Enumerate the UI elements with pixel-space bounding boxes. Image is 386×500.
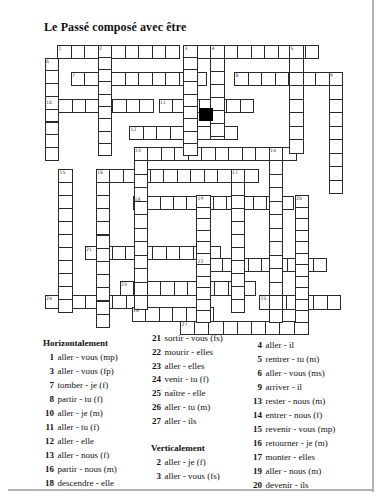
clue-item-number: 5 <box>249 352 262 366</box>
word-15-down-cell-7 <box>58 260 73 274</box>
page-edge-right <box>372 0 374 492</box>
word-13-down-cell-8 <box>134 255 149 270</box>
clue-item-9: 9arriver - il <box>249 380 335 394</box>
word-12-across-cell-2 <box>156 126 171 141</box>
word-3-down-cell-4 <box>183 94 198 107</box>
word-2-down-cell-1 <box>98 57 113 70</box>
word-3-across-cell-6 <box>264 45 279 60</box>
crossword-grid: 1234567891011121314151617181920212223242… <box>0 0 386 346</box>
word-17-down-cell-7 <box>231 260 246 274</box>
clue-item-text: sortir - vous (fs) <box>165 333 223 343</box>
word-4-down-cell-2 <box>210 71 225 85</box>
clue-item-18: 18descendre - elle <box>40 476 118 490</box>
word-3-down-cell-6 <box>183 118 198 131</box>
word-4-down-cell-1 <box>210 58 225 72</box>
clue-item-number: 11 <box>40 420 54 434</box>
clue-item-number: 16 <box>40 462 54 476</box>
word-17-down-cell-4 <box>231 221 246 235</box>
clue-item-number: 4 <box>249 338 262 352</box>
word-7-across-cell-5 <box>138 72 153 87</box>
clue-number-2: 2 <box>99 46 102 51</box>
clue-item-text: naître - elle <box>165 388 206 398</box>
word-27-across-cell-3 <box>223 321 238 336</box>
word-6-down-cell-5 <box>45 122 60 136</box>
clue-number-13: 13 <box>135 148 141 153</box>
clue-number-9: 9 <box>330 73 333 78</box>
word-3-down-cell-2 <box>183 69 198 82</box>
word-2-down-cell-2 <box>98 69 113 82</box>
word-16-across-cell-5 <box>163 169 178 184</box>
word-15-down-cell-1 <box>58 182 73 196</box>
word-1-across-cell-7 <box>152 45 167 60</box>
clue-number-7: 7 <box>72 73 75 78</box>
word-16-across-cell-4 <box>150 169 165 184</box>
word-10-across-cell-2 <box>72 99 87 114</box>
word-17-down-cell-6 <box>231 247 246 261</box>
word-13-down-cell-4 <box>134 201 149 216</box>
word-9-down-cell-2 <box>329 99 344 114</box>
clue-number-21: 21 <box>86 247 92 252</box>
clue-item-2: 2aller - je (f) <box>148 456 223 470</box>
word-8-across-cell-6 <box>315 72 330 87</box>
clue-item-number: 9 <box>249 380 262 394</box>
word-9-down-cell-7 <box>329 166 344 181</box>
clue-number-27: 27 <box>182 322 188 327</box>
word-14-down-cell-12 <box>269 309 284 324</box>
clue-number-25: 25 <box>261 296 267 301</box>
word-15-down-cell-6 <box>58 247 73 261</box>
clue-item-number: 17 <box>249 450 262 464</box>
word-7-across-cell-4 <box>125 72 140 87</box>
word-13-down-cell-5 <box>134 214 149 229</box>
clue-item-number: 2 <box>148 456 161 470</box>
clue-column-col1: Horizontalement1aller - vous (mp)3aller … <box>40 336 118 490</box>
word-2-down-cell-7 <box>98 131 113 144</box>
word-5-down-cell-1 <box>289 58 304 73</box>
word-18-across-cell-3 <box>173 196 187 211</box>
clue-item-number: 21 <box>148 332 161 346</box>
word-13-across-cell-9 <box>255 147 270 162</box>
word-26-across-cell-2 <box>159 307 174 322</box>
word-18-across-cell-9 <box>253 196 267 211</box>
word-3-down-cell-3 <box>183 81 198 94</box>
word-3-across-cell-4 <box>237 45 252 60</box>
clue-item-number: 18 <box>40 476 54 490</box>
word-16-down-cell-6 <box>96 248 111 262</box>
word-8-across-cell-3 <box>275 72 290 87</box>
clue-item-text: arriver - il <box>266 382 302 392</box>
clue-item-number: 25 <box>148 387 161 401</box>
word-14-down-cell-9 <box>269 268 284 283</box>
clue-item-13: 13aller - nous (f) <box>40 448 118 462</box>
word-12-across-cell-5 <box>197 126 212 141</box>
clue-item-3: 3aller - vous (fp) <box>40 364 118 378</box>
word-3-down-cell-1 <box>183 57 198 70</box>
word-15-down-cell-3 <box>58 208 73 222</box>
word-21-across-cell-2 <box>112 246 127 261</box>
clue-item-text: descendre - elle <box>58 478 114 488</box>
word-15-down-cell-4 <box>58 221 73 235</box>
word-2-down-cell-3 <box>98 81 113 94</box>
clue-number-22: 22 <box>198 259 204 264</box>
word-14-down-cell-6 <box>269 228 284 243</box>
word-14-down-cell-5 <box>269 214 284 229</box>
clue-list-header: Horizontalement <box>40 336 118 350</box>
word-9-down-cell-3 <box>329 112 344 127</box>
clue-item-text: aller - il <box>266 340 295 350</box>
clue-number-3: 3 <box>185 46 188 51</box>
word-14-down-cell-10 <box>269 282 284 297</box>
word-23-across-cell-4 <box>174 281 189 296</box>
clue-item-text: partir - tu (f) <box>58 394 103 404</box>
clue-item-8: 8partir - tu (f) <box>40 392 118 406</box>
word-9-down-cell-5 <box>329 139 344 154</box>
word-13-across-cell-5 <box>201 147 216 162</box>
word-2-down-cell-4 <box>98 94 113 107</box>
clue-item-6: 6aller - vous (ms) <box>249 366 335 380</box>
word-24-across-cell-2 <box>72 295 87 310</box>
word-10-across-cell-5 <box>112 99 127 114</box>
clue-item-text: retourner - je (m) <box>266 438 328 448</box>
clue-number-15: 15 <box>60 170 66 175</box>
word-3-across-cell-3 <box>224 45 239 60</box>
clue-item-text: aller - tu (m) <box>165 402 211 412</box>
word-14-down-cell-4 <box>269 201 284 216</box>
word-17-down-cell-5 <box>231 234 246 248</box>
word-17-down-cell-3 <box>231 208 246 222</box>
word-16-across-cell-7 <box>190 169 205 184</box>
clue-item-text: aller - nous (m) <box>266 466 322 476</box>
word-4-down-cell-6 <box>210 123 225 137</box>
clue-item-13: 13rester - nous (m) <box>249 394 335 408</box>
clue-number-24: 24 <box>46 296 52 301</box>
clue-item-number: 10 <box>40 406 54 420</box>
clue-item-number: 24 <box>148 373 161 387</box>
clue-item-text: partir - nous (m) <box>58 464 117 474</box>
word-3-down-cell-7 <box>183 131 198 144</box>
clue-item-1: 1aller - vous (mp) <box>40 350 118 364</box>
clue-item-number: 22 <box>148 346 161 360</box>
clue-item-text: revenir - vous (mp) <box>266 424 336 434</box>
clue-number-23: 23 <box>121 282 127 287</box>
word-16-across-cell-9 <box>217 169 232 184</box>
word-15-down-cell-8 <box>58 273 73 287</box>
clue-number-5: 5 <box>291 46 294 51</box>
clue-column-col3: 4aller - il5rentrer - tu (m)6aller - vou… <box>249 338 335 492</box>
word-16-across-cell-8 <box>204 169 219 184</box>
word-6-down-cell-6 <box>45 134 60 148</box>
word-3-across-cell-9 <box>305 45 320 60</box>
word-6-down-cell-4 <box>45 109 60 123</box>
clue-item-14: 14entrer - nous (f) <box>249 408 335 422</box>
word-16-down-cell-11 <box>96 314 111 328</box>
word-27-across-cell-8 <box>294 321 309 336</box>
word-8-across-cell-2 <box>261 72 276 87</box>
clue-item-22: 22mourir - elles <box>148 346 223 360</box>
word-22-across-cell-4 <box>248 258 262 273</box>
word-6-down-cell-1 <box>45 70 60 84</box>
clue-list-gap <box>148 429 223 443</box>
word-19-down-cell-10 <box>196 310 211 323</box>
word-4-down-cell-3 <box>210 84 225 98</box>
word-13-down-cell-1 <box>134 160 149 175</box>
word-12-across-cell-1 <box>143 126 158 141</box>
clue-number-16: 16 <box>97 170 103 175</box>
word-12-across-cell-3 <box>170 126 185 141</box>
word-13-down-cell-7 <box>134 241 149 256</box>
word-13-down-cell-9 <box>134 268 149 283</box>
clue-item-text: monter - elles <box>266 452 315 462</box>
word-5-down-cell-3 <box>289 85 304 100</box>
clue-item-11: 11aller - tu (f) <box>40 420 118 434</box>
word-13-across-cell-6 <box>215 147 230 162</box>
word-11-across-cell-5 <box>226 99 241 114</box>
clue-number-11: 11 <box>160 100 166 105</box>
word-14-down-cell-8 <box>269 255 284 270</box>
word-15-down-cell-5 <box>58 234 73 248</box>
word-8-across-cell-5 <box>302 72 317 87</box>
clue-item-3: 3aller - vous (fs) <box>148 470 223 484</box>
word-23-across-cell-7 <box>214 281 229 296</box>
word-9-down-cell-8 <box>329 180 344 195</box>
clue-item-text: tomber - je (f) <box>58 380 109 390</box>
clue-item-number: 7 <box>40 378 54 392</box>
word-1-across-cell-4 <box>111 45 126 60</box>
clue-number-8: 8 <box>236 73 239 78</box>
word-18-across-cell-2 <box>160 196 174 211</box>
clue-item-number: 13 <box>249 394 262 408</box>
word-15-down-cell-10 <box>58 299 73 313</box>
clue-item-16: 16retourner - je (m) <box>249 436 335 450</box>
clue-number-26: 26 <box>133 308 139 313</box>
word-25-across-cell-4 <box>313 295 328 310</box>
clue-item-text: aller - nous (f) <box>58 450 110 460</box>
black-cell <box>199 108 213 122</box>
word-2-down-cell-8 <box>98 143 113 156</box>
clue-item-number: 16 <box>249 436 262 450</box>
clue-item-number: 23 <box>148 360 161 374</box>
word-5-down-cell-6 <box>289 126 304 141</box>
word-14-down-cell-11 <box>269 295 284 310</box>
clue-item-text: aller - je (f) <box>165 457 206 467</box>
clue-item-text: aller - elles <box>165 361 205 371</box>
clue-number-6: 6 <box>46 59 49 64</box>
word-1-across-cell-2 <box>84 45 99 60</box>
clue-item-number: 27 <box>148 415 161 429</box>
clue-item-text: venir - tu (f) <box>165 374 209 384</box>
word-13-down-cell-6 <box>134 228 149 243</box>
clue-item-number: 13 <box>40 448 54 462</box>
word-14-down-cell-3 <box>269 187 284 202</box>
clue-item-25: 25naître - elle <box>148 387 223 401</box>
word-24-across-cell-5 <box>112 295 127 310</box>
word-9-down-cell-6 <box>329 153 344 168</box>
clue-item-number: 6 <box>249 366 262 380</box>
word-16-down-cell-8 <box>96 274 111 288</box>
word-21-across-cell-5 <box>152 246 167 261</box>
word-5-down-cell-2 <box>289 72 304 87</box>
word-18-across-cell-1 <box>146 196 160 211</box>
word-18-across-cell-6 <box>213 196 227 211</box>
word-7-across-cell-3 <box>111 72 126 87</box>
word-25-across-cell-5 <box>327 295 342 310</box>
word-5-down-cell-7 <box>289 139 304 154</box>
word-21-across-cell-7 <box>179 246 194 261</box>
word-16-down-cell-4 <box>96 221 111 235</box>
word-14-down-cell-1 <box>269 160 284 175</box>
page-edge-bottom <box>8 489 374 491</box>
word-7-across-cell-6 <box>152 72 167 87</box>
word-10-across-cell-1 <box>58 99 73 114</box>
word-23-across-cell-2 <box>147 281 162 296</box>
clue-list-header: Verticalement <box>148 442 223 456</box>
word-5-down-cell-4 <box>289 99 304 114</box>
word-13-down-cell-10 <box>134 282 149 297</box>
word-2-down-cell-6 <box>98 118 113 131</box>
word-6-down-cell-7 <box>45 147 60 161</box>
clue-item-text: aller - ils <box>165 416 197 426</box>
clue-item-text: entrer - nous (f) <box>266 410 323 420</box>
word-1-across-cell-1 <box>71 45 86 60</box>
clue-item-24: 24venir - tu (f) <box>148 373 223 387</box>
clue-item-number: 3 <box>40 364 54 378</box>
word-11-across-cell-6 <box>240 99 255 114</box>
word-2-down-cell-5 <box>98 106 113 119</box>
clue-item-text: aller - vous (fp) <box>58 366 114 376</box>
word-16-across-cell-1 <box>109 169 124 184</box>
clue-number-10: 10 <box>46 100 52 105</box>
clue-item-19: 19aller - nous (m) <box>249 464 335 478</box>
clue-number-18: 18 <box>135 197 141 202</box>
clue-item-17: 17monter - elles <box>249 450 335 464</box>
word-17-down-cell-9 <box>231 286 246 300</box>
clue-number-4: 4 <box>212 46 215 51</box>
clue-item-21: 21sortir - vous (fs) <box>148 332 223 346</box>
word-13-across-cell-1 <box>147 147 162 162</box>
clue-item-text: aller - vous (ms) <box>266 368 325 378</box>
word-13-down-cell-2 <box>134 174 149 189</box>
word-23-across-cell-3 <box>160 281 175 296</box>
clue-item-7: 7tomber - je (f) <box>40 378 118 392</box>
word-13-across-cell-2 <box>161 147 176 162</box>
word-14-down-cell-7 <box>269 241 284 256</box>
word-16-down-cell-5 <box>96 235 111 249</box>
word-3-down-cell-5 <box>183 106 198 119</box>
clue-item-number: 3 <box>148 470 161 484</box>
clue-number-17: 17 <box>232 170 238 175</box>
word-17-down-cell-2 <box>231 195 246 209</box>
word-27-across-cell-5 <box>251 321 266 336</box>
word-7-across-cell-7 <box>165 72 180 87</box>
clue-item-text: rester - nous (m) <box>266 396 326 406</box>
word-17-down-cell-10 <box>231 299 246 313</box>
word-9-down-cell-1 <box>329 85 344 100</box>
clue-number-1: 1 <box>59 46 62 51</box>
word-21-across-cell-6 <box>166 246 181 261</box>
word-3-across-cell-1 <box>197 45 212 60</box>
word-8-across-cell-1 <box>248 72 263 87</box>
word-10-across-cell-7 <box>139 99 154 114</box>
word-16-across-cell-6 <box>177 169 192 184</box>
word-15-down-cell-2 <box>58 195 73 209</box>
word-1-across-cell-6 <box>138 45 153 60</box>
word-16-down-cell-10 <box>96 301 111 315</box>
clue-item-16: 16partir - nous (m) <box>40 462 118 476</box>
clue-item-text: rentrer - tu (m) <box>266 354 320 364</box>
clue-number-14: 14 <box>270 148 276 153</box>
clue-item-text: aller - tu (f) <box>58 422 100 432</box>
word-16-down-cell-1 <box>96 182 111 196</box>
word-16-down-cell-7 <box>96 261 111 275</box>
clue-item-number: 14 <box>249 408 262 422</box>
clue-item-number: 26 <box>148 401 161 415</box>
clue-item-number: 8 <box>40 392 54 406</box>
word-13-across-cell-7 <box>228 147 243 162</box>
word-10-across-cell-6 <box>126 99 141 114</box>
word-3-down-cell-8 <box>183 143 198 156</box>
word-16-across-cell-11 <box>244 169 259 184</box>
word-13-across-cell-8 <box>242 147 257 162</box>
clue-item-number: 19 <box>249 464 262 478</box>
word-17-down-cell-8 <box>231 273 246 287</box>
word-9-down-cell-4 <box>329 126 344 141</box>
word-15-down-cell-9 <box>58 286 73 300</box>
clue-item-27: 27aller - ils <box>148 415 223 429</box>
clue-item-15: 15revenir - vous (mp) <box>249 422 335 436</box>
clue-number-20: 20 <box>296 196 302 201</box>
word-1-across-cell-8 <box>165 45 180 60</box>
word-27-across-cell-4 <box>237 321 252 336</box>
clue-item-10: 10aller - je (m) <box>40 406 118 420</box>
clue-item-23: 23aller - elles <box>148 360 223 374</box>
word-22-across-cell-9 <box>313 258 327 273</box>
clue-item-4: 4aller - il <box>249 338 335 352</box>
clue-item-text: aller - je (m) <box>58 408 103 418</box>
word-3-across-cell-5 <box>251 45 266 60</box>
word-5-down-cell-5 <box>289 112 304 127</box>
word-16-down-cell-9 <box>96 287 111 301</box>
clue-item-26: 26aller - tu (m) <box>148 401 223 415</box>
clue-item-text: mourir - elles <box>165 347 214 357</box>
word-1-across-cell-5 <box>125 45 140 60</box>
word-6-down-cell-2 <box>45 83 60 97</box>
clue-item-text: aller - vous (fs) <box>165 471 220 481</box>
word-17-down-cell-1 <box>231 182 246 196</box>
clue-number-12: 12 <box>131 127 137 132</box>
word-26-across-cell-3 <box>172 307 187 322</box>
clue-item-number: 15 <box>249 422 262 436</box>
word-7-across-cell-1 <box>84 72 99 87</box>
clue-item-text: aller - vous (mp) <box>58 352 118 362</box>
word-22-across-cell-1 <box>209 258 223 273</box>
word-20-down-cell-10 <box>295 310 310 323</box>
clue-item-number: 12 <box>40 434 54 448</box>
clue-item-text: aller - elle <box>58 436 94 446</box>
worksheet-page: Le Passé composé avec être 1234567891011… <box>0 0 386 500</box>
clue-item-number: 1 <box>40 350 54 364</box>
clue-column-col2: 21sortir - vous (fs)22mourir - elles23al… <box>148 332 223 484</box>
clue-item-5: 5rentrer - tu (m) <box>249 352 335 366</box>
word-14-down-cell-2 <box>269 174 284 189</box>
word-16-down-cell-3 <box>96 208 111 222</box>
word-12-across-cell-7 <box>224 126 239 141</box>
word-16-down-cell-2 <box>96 195 111 209</box>
clue-item-12: 12aller - elle <box>40 434 118 448</box>
clue-number-19: 19 <box>198 196 204 201</box>
